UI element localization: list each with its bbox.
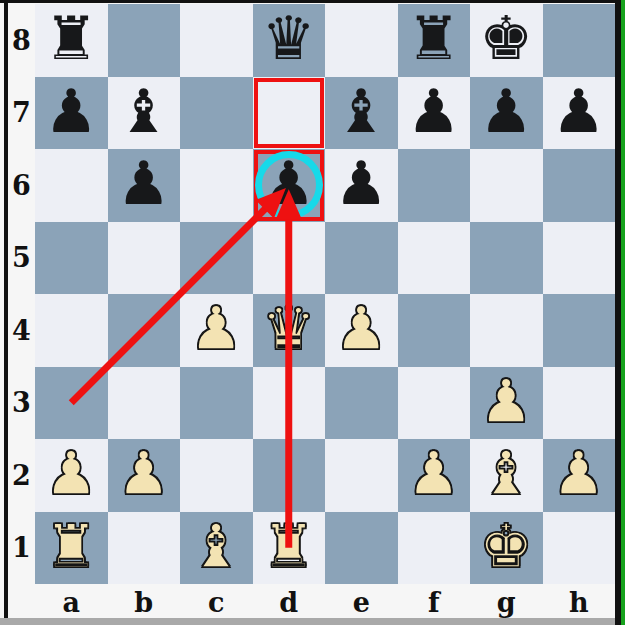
piece-white-k-g1[interactable]: ♚ [479, 516, 533, 576]
piece-white-p-b2[interactable]: ♟ [117, 443, 171, 503]
square-e2[interactable] [325, 439, 398, 512]
square-d7[interactable] [253, 77, 326, 150]
piece-white-q-d4[interactable]: ♛ [262, 298, 316, 358]
square-f1[interactable] [398, 512, 471, 585]
file-label-e: e [325, 586, 398, 618]
square-a5[interactable] [35, 222, 108, 295]
rank-label-8: 8 [8, 4, 35, 77]
piece-white-p-h2[interactable]: ♟ [552, 443, 606, 503]
square-c7[interactable] [180, 77, 253, 150]
square-b3[interactable] [108, 367, 181, 440]
file-label-b: b [108, 586, 181, 618]
piece-black-p-f7[interactable]: ♟ [407, 81, 461, 141]
square-f8[interactable]: ♜ [398, 4, 471, 77]
square-c4[interactable]: ♟ [180, 294, 253, 367]
file-label-f: f [398, 586, 471, 618]
square-h4[interactable] [543, 294, 616, 367]
piece-black-b-b7[interactable]: ♝ [117, 81, 171, 141]
piece-white-r-d1[interactable]: ♜ [262, 516, 316, 576]
square-g5[interactable] [470, 222, 543, 295]
square-e5[interactable] [325, 222, 398, 295]
square-e1[interactable] [325, 512, 398, 585]
square-a8[interactable]: ♜ [35, 4, 108, 77]
square-h2[interactable]: ♟ [543, 439, 616, 512]
square-c8[interactable] [180, 4, 253, 77]
frame-bottom-band [0, 618, 621, 625]
square-h7[interactable]: ♟ [543, 77, 616, 150]
square-c5[interactable] [180, 222, 253, 295]
square-h6[interactable] [543, 149, 616, 222]
rank-label-5: 5 [8, 222, 35, 295]
square-g8[interactable]: ♚ [470, 4, 543, 77]
piece-black-p-d6[interactable]: ♟ [262, 153, 316, 213]
file-label-a: a [35, 586, 108, 618]
square-h5[interactable] [543, 222, 616, 295]
square-h1[interactable] [543, 512, 616, 585]
file-label-g: g [470, 586, 543, 618]
square-a6[interactable] [35, 149, 108, 222]
square-c3[interactable] [180, 367, 253, 440]
piece-black-r-f8[interactable]: ♜ [407, 8, 461, 68]
square-e4[interactable]: ♟ [325, 294, 398, 367]
rank-label-7: 7 [8, 77, 35, 150]
file-label-d: d [253, 586, 326, 618]
square-f6[interactable] [398, 149, 471, 222]
rank-label-2: 2 [8, 439, 35, 512]
square-b2[interactable]: ♟ [108, 439, 181, 512]
piece-black-b-e7[interactable]: ♝ [334, 81, 388, 141]
frame-right-green-edge [621, 0, 625, 625]
rank-label-6: 6 [8, 149, 35, 222]
square-a4[interactable] [35, 294, 108, 367]
square-f4[interactable] [398, 294, 471, 367]
piece-black-p-e6[interactable]: ♟ [334, 153, 388, 213]
square-a7[interactable]: ♟ [35, 77, 108, 150]
square-e8[interactable] [325, 4, 398, 77]
square-e6[interactable]: ♟ [325, 149, 398, 222]
square-g3[interactable]: ♟ [470, 367, 543, 440]
piece-black-p-b6[interactable]: ♟ [117, 153, 171, 213]
piece-white-r-a1[interactable]: ♜ [44, 516, 98, 576]
piece-black-k-g8[interactable]: ♚ [479, 8, 533, 68]
square-d2[interactable] [253, 439, 326, 512]
file-label-c: c [180, 586, 253, 618]
square-b7[interactable]: ♝ [108, 77, 181, 150]
piece-white-b-g2[interactable]: ♝ [479, 443, 533, 503]
square-g4[interactable] [470, 294, 543, 367]
square-b8[interactable] [108, 4, 181, 77]
square-h3[interactable] [543, 367, 616, 440]
piece-white-p-f2[interactable]: ♟ [407, 443, 461, 503]
square-e7[interactable]: ♝ [325, 77, 398, 150]
piece-white-p-e4[interactable]: ♟ [334, 298, 388, 358]
file-label-h: h [543, 586, 616, 618]
square-g6[interactable] [470, 149, 543, 222]
piece-white-p-g3[interactable]: ♟ [479, 371, 533, 431]
square-a3[interactable] [35, 367, 108, 440]
square-g7[interactable]: ♟ [470, 77, 543, 150]
rank-label-3: 3 [8, 367, 35, 440]
square-f5[interactable] [398, 222, 471, 295]
piece-white-b-c1[interactable]: ♝ [189, 516, 243, 576]
square-g2[interactable]: ♝ [470, 439, 543, 512]
square-a2[interactable]: ♟ [35, 439, 108, 512]
square-d5[interactable] [253, 222, 326, 295]
square-d6[interactable]: ♟ [253, 149, 326, 222]
piece-white-p-c4[interactable]: ♟ [189, 298, 243, 358]
piece-black-r-a8[interactable]: ♜ [44, 8, 98, 68]
square-a1[interactable]: ♜ [35, 512, 108, 585]
square-c6[interactable] [180, 149, 253, 222]
square-d8[interactable]: ♛ [253, 4, 326, 77]
square-g1[interactable]: ♚ [470, 512, 543, 585]
piece-black-p-h7[interactable]: ♟ [552, 81, 606, 141]
square-c1[interactable]: ♝ [180, 512, 253, 585]
square-f7[interactable]: ♟ [398, 77, 471, 150]
square-b5[interactable] [108, 222, 181, 295]
piece-black-q-d8[interactable]: ♛ [262, 8, 316, 68]
square-d4[interactable]: ♛ [253, 294, 326, 367]
square-e3[interactable] [325, 367, 398, 440]
piece-black-p-g7[interactable]: ♟ [479, 81, 533, 141]
chess-board-screenshot: ♜♛♜♚♟♝♝♟♟♟♟♟♟♟♛♟♟♟♟♟♝♟♜♝♜♚ 87654321 abcd… [0, 0, 625, 625]
piece-black-p-a7[interactable]: ♟ [44, 81, 98, 141]
square-f3[interactable] [398, 367, 471, 440]
square-b6[interactable]: ♟ [108, 149, 181, 222]
square-d1[interactable]: ♜ [253, 512, 326, 585]
square-f2[interactable]: ♟ [398, 439, 471, 512]
piece-white-p-a2[interactable]: ♟ [44, 443, 98, 503]
rank-label-4: 4 [8, 294, 35, 367]
square-c2[interactable] [180, 439, 253, 512]
square-h8[interactable] [543, 4, 616, 77]
square-d3[interactable] [253, 367, 326, 440]
rank-label-1: 1 [8, 512, 35, 585]
chess-board[interactable]: ♜♛♜♚♟♝♝♟♟♟♟♟♟♟♛♟♟♟♟♟♝♟♜♝♜♚ [35, 4, 615, 584]
square-b1[interactable] [108, 512, 181, 585]
square-b4[interactable] [108, 294, 181, 367]
